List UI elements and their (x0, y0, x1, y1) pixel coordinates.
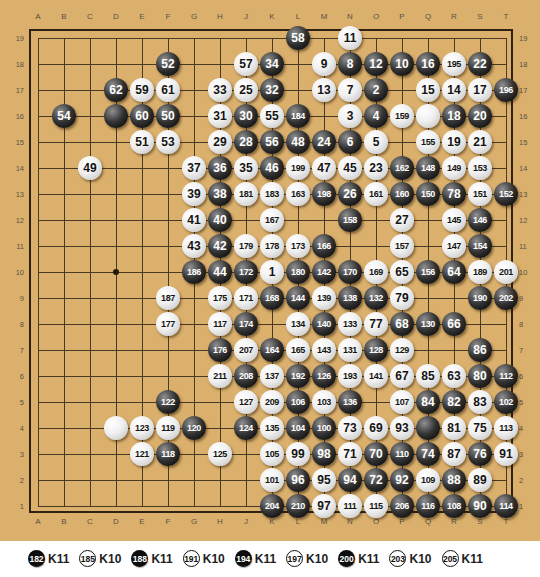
cell-J11[interactable]: 179 (233, 233, 259, 259)
cell-C7[interactable] (77, 337, 103, 363)
cell-G11[interactable]: 43 (181, 233, 207, 259)
cell-K12[interactable]: 167 (259, 207, 285, 233)
cell-O18[interactable]: 12 (363, 51, 389, 77)
cell-E12[interactable] (129, 207, 155, 233)
cell-A17[interactable] (25, 77, 51, 103)
cell-C16[interactable] (77, 103, 103, 129)
cell-P9[interactable]: 79 (389, 285, 415, 311)
cell-S17[interactable]: 17 (467, 77, 493, 103)
cell-H15[interactable]: 29 (207, 129, 233, 155)
cell-L6[interactable]: 192 (285, 363, 311, 389)
cell-C8[interactable] (77, 311, 103, 337)
cell-A15[interactable] (25, 129, 51, 155)
cell-L2[interactable]: 96 (285, 467, 311, 493)
cell-A19[interactable] (25, 25, 51, 51)
cell-L1[interactable]: 210 (285, 493, 311, 519)
cell-T8[interactable] (493, 311, 519, 337)
cell-R15[interactable]: 19 (441, 129, 467, 155)
cell-R8[interactable]: 66 (441, 311, 467, 337)
cell-M5[interactable]: 103 (311, 389, 337, 415)
cell-G15[interactable] (181, 129, 207, 155)
cell-J17[interactable]: 25 (233, 77, 259, 103)
cell-F1[interactable] (155, 493, 181, 519)
cell-A2[interactable] (25, 467, 51, 493)
cell-D9[interactable] (103, 285, 129, 311)
cell-K2[interactable]: 101 (259, 467, 285, 493)
cell-L5[interactable]: 106 (285, 389, 311, 415)
cell-J7[interactable]: 207 (233, 337, 259, 363)
cell-O16[interactable]: 4 (363, 103, 389, 129)
cell-M17[interactable]: 13 (311, 77, 337, 103)
cell-F2[interactable] (155, 467, 181, 493)
cell-Q19[interactable] (415, 25, 441, 51)
cell-N19[interactable]: 11 (337, 25, 363, 51)
cell-N3[interactable]: 71 (337, 441, 363, 467)
cell-F17[interactable]: 61 (155, 77, 181, 103)
cell-P8[interactable]: 68 (389, 311, 415, 337)
cell-G1[interactable] (181, 493, 207, 519)
cell-P5[interactable]: 107 (389, 389, 415, 415)
cell-K14[interactable]: 46 (259, 155, 285, 181)
cell-A11[interactable] (25, 233, 51, 259)
cell-J16[interactable]: 30 (233, 103, 259, 129)
cell-J9[interactable]: 171 (233, 285, 259, 311)
cell-N8[interactable]: 133 (337, 311, 363, 337)
cell-B11[interactable] (51, 233, 77, 259)
cell-M6[interactable]: 126 (311, 363, 337, 389)
cell-R2[interactable]: 88 (441, 467, 467, 493)
cell-B4[interactable] (51, 415, 77, 441)
cell-Q16[interactable] (415, 103, 441, 129)
cell-A9[interactable] (25, 285, 51, 311)
cell-T2[interactable] (493, 467, 519, 493)
cell-D12[interactable] (103, 207, 129, 233)
cell-Q17[interactable]: 15 (415, 77, 441, 103)
cell-E19[interactable] (129, 25, 155, 51)
cell-K19[interactable] (259, 25, 285, 51)
cell-C4[interactable] (77, 415, 103, 441)
cell-B17[interactable] (51, 77, 77, 103)
cell-P16[interactable]: 159 (389, 103, 415, 129)
cell-J15[interactable]: 28 (233, 129, 259, 155)
cell-G18[interactable] (181, 51, 207, 77)
cell-H11[interactable]: 42 (207, 233, 233, 259)
cell-L19[interactable]: 58 (285, 25, 311, 51)
cell-E11[interactable] (129, 233, 155, 259)
cell-R17[interactable]: 14 (441, 77, 467, 103)
cell-M4[interactable]: 100 (311, 415, 337, 441)
cell-N13[interactable]: 26 (337, 181, 363, 207)
cell-N9[interactable]: 138 (337, 285, 363, 311)
cell-K7[interactable]: 164 (259, 337, 285, 363)
cell-F12[interactable] (155, 207, 181, 233)
cell-P1[interactable]: 206 (389, 493, 415, 519)
cell-E9[interactable] (129, 285, 155, 311)
cell-M8[interactable]: 140 (311, 311, 337, 337)
cell-P4[interactable]: 93 (389, 415, 415, 441)
cell-B3[interactable] (51, 441, 77, 467)
cell-M12[interactable] (311, 207, 337, 233)
cell-A16[interactable] (25, 103, 51, 129)
cell-L11[interactable]: 173 (285, 233, 311, 259)
cell-F5[interactable]: 122 (155, 389, 181, 415)
cell-N7[interactable]: 131 (337, 337, 363, 363)
cell-K4[interactable]: 135 (259, 415, 285, 441)
cell-J4[interactable]: 124 (233, 415, 259, 441)
cell-M7[interactable]: 143 (311, 337, 337, 363)
cell-Q2[interactable]: 109 (415, 467, 441, 493)
cell-N12[interactable]: 158 (337, 207, 363, 233)
cell-T7[interactable] (493, 337, 519, 363)
cell-F6[interactable] (155, 363, 181, 389)
cell-B7[interactable] (51, 337, 77, 363)
cell-Q9[interactable] (415, 285, 441, 311)
cell-F10[interactable] (155, 259, 181, 285)
cell-M16[interactable] (311, 103, 337, 129)
cell-D16[interactable] (103, 103, 129, 129)
cell-B15[interactable] (51, 129, 77, 155)
cell-P7[interactable]: 129 (389, 337, 415, 363)
cell-G14[interactable]: 37 (181, 155, 207, 181)
cell-B16[interactable]: 54 (51, 103, 77, 129)
cell-P17[interactable] (389, 77, 415, 103)
cell-C3[interactable] (77, 441, 103, 467)
cell-H19[interactable] (207, 25, 233, 51)
cell-B18[interactable] (51, 51, 77, 77)
cell-G10[interactable]: 186 (181, 259, 207, 285)
cell-J2[interactable] (233, 467, 259, 493)
cell-T17[interactable]: 196 (493, 77, 519, 103)
cell-G17[interactable] (181, 77, 207, 103)
cell-E16[interactable]: 60 (129, 103, 155, 129)
cell-M15[interactable]: 24 (311, 129, 337, 155)
cell-C9[interactable] (77, 285, 103, 311)
cell-M9[interactable]: 139 (311, 285, 337, 311)
cell-K8[interactable] (259, 311, 285, 337)
cell-R9[interactable] (441, 285, 467, 311)
cell-A5[interactable] (25, 389, 51, 415)
cell-P12[interactable]: 27 (389, 207, 415, 233)
cell-E18[interactable] (129, 51, 155, 77)
cell-C6[interactable] (77, 363, 103, 389)
cell-R14[interactable]: 149 (441, 155, 467, 181)
cell-Q7[interactable] (415, 337, 441, 363)
cell-G3[interactable] (181, 441, 207, 467)
cell-O8[interactable]: 77 (363, 311, 389, 337)
cell-S19[interactable] (467, 25, 493, 51)
cell-K1[interactable]: 204 (259, 493, 285, 519)
cell-N4[interactable]: 73 (337, 415, 363, 441)
cell-P3[interactable]: 110 (389, 441, 415, 467)
cell-F18[interactable]: 52 (155, 51, 181, 77)
cell-F11[interactable] (155, 233, 181, 259)
cell-G19[interactable] (181, 25, 207, 51)
cell-Q14[interactable]: 148 (415, 155, 441, 181)
cell-H4[interactable] (207, 415, 233, 441)
cell-S6[interactable]: 80 (467, 363, 493, 389)
cell-G9[interactable] (181, 285, 207, 311)
cell-O4[interactable]: 69 (363, 415, 389, 441)
cell-O9[interactable]: 132 (363, 285, 389, 311)
cell-O15[interactable]: 5 (363, 129, 389, 155)
cell-P11[interactable]: 157 (389, 233, 415, 259)
cell-S16[interactable]: 20 (467, 103, 493, 129)
cell-F9[interactable]: 187 (155, 285, 181, 311)
cell-F15[interactable]: 53 (155, 129, 181, 155)
cell-Q12[interactable] (415, 207, 441, 233)
cell-A4[interactable] (25, 415, 51, 441)
cell-D17[interactable]: 62 (103, 77, 129, 103)
cell-T18[interactable] (493, 51, 519, 77)
cell-M13[interactable]: 198 (311, 181, 337, 207)
cell-N14[interactable]: 45 (337, 155, 363, 181)
cell-S5[interactable]: 83 (467, 389, 493, 415)
cell-L18[interactable] (285, 51, 311, 77)
cell-R1[interactable]: 108 (441, 493, 467, 519)
cell-O19[interactable] (363, 25, 389, 51)
cell-E15[interactable]: 51 (129, 129, 155, 155)
cell-H12[interactable]: 40 (207, 207, 233, 233)
cell-G2[interactable] (181, 467, 207, 493)
cell-S13[interactable]: 151 (467, 181, 493, 207)
cell-G7[interactable] (181, 337, 207, 363)
cell-H2[interactable] (207, 467, 233, 493)
cell-N5[interactable]: 136 (337, 389, 363, 415)
cell-N6[interactable]: 193 (337, 363, 363, 389)
cell-A14[interactable] (25, 155, 51, 181)
cell-E1[interactable] (129, 493, 155, 519)
cell-A13[interactable] (25, 181, 51, 207)
cell-K9[interactable]: 168 (259, 285, 285, 311)
cell-D5[interactable] (103, 389, 129, 415)
cell-O11[interactable] (363, 233, 389, 259)
cell-K6[interactable]: 137 (259, 363, 285, 389)
cell-H13[interactable]: 38 (207, 181, 233, 207)
cell-O6[interactable]: 141 (363, 363, 389, 389)
cell-Q5[interactable]: 84 (415, 389, 441, 415)
cell-D1[interactable] (103, 493, 129, 519)
cell-E14[interactable] (129, 155, 155, 181)
cell-R4[interactable]: 81 (441, 415, 467, 441)
cell-C17[interactable] (77, 77, 103, 103)
cell-P15[interactable] (389, 129, 415, 155)
cell-T10[interactable]: 201 (493, 259, 519, 285)
cell-D7[interactable] (103, 337, 129, 363)
cell-H3[interactable]: 125 (207, 441, 233, 467)
cell-L4[interactable]: 104 (285, 415, 311, 441)
cell-B13[interactable] (51, 181, 77, 207)
cell-F16[interactable]: 50 (155, 103, 181, 129)
cell-B2[interactable] (51, 467, 77, 493)
cell-C15[interactable] (77, 129, 103, 155)
cell-D19[interactable] (103, 25, 129, 51)
cell-M3[interactable]: 98 (311, 441, 337, 467)
cell-G12[interactable]: 41 (181, 207, 207, 233)
cell-B9[interactable] (51, 285, 77, 311)
cell-N15[interactable]: 6 (337, 129, 363, 155)
cell-B19[interactable] (51, 25, 77, 51)
cell-S14[interactable]: 153 (467, 155, 493, 181)
cell-P14[interactable]: 162 (389, 155, 415, 181)
cell-N10[interactable]: 170 (337, 259, 363, 285)
cell-T9[interactable]: 202 (493, 285, 519, 311)
cell-D10[interactable] (103, 259, 129, 285)
cell-R10[interactable]: 64 (441, 259, 467, 285)
cell-L17[interactable] (285, 77, 311, 103)
cell-L14[interactable]: 199 (285, 155, 311, 181)
cell-E5[interactable] (129, 389, 155, 415)
cell-H9[interactable]: 175 (207, 285, 233, 311)
cell-C1[interactable] (77, 493, 103, 519)
cell-Q8[interactable]: 130 (415, 311, 441, 337)
cell-J19[interactable] (233, 25, 259, 51)
cell-J8[interactable]: 174 (233, 311, 259, 337)
cell-A10[interactable] (25, 259, 51, 285)
cell-P18[interactable]: 10 (389, 51, 415, 77)
cell-H14[interactable]: 36 (207, 155, 233, 181)
cell-B1[interactable] (51, 493, 77, 519)
cell-L16[interactable]: 184 (285, 103, 311, 129)
cell-H1[interactable] (207, 493, 233, 519)
cell-H18[interactable] (207, 51, 233, 77)
cell-J18[interactable]: 57 (233, 51, 259, 77)
cell-T15[interactable] (493, 129, 519, 155)
cell-T12[interactable] (493, 207, 519, 233)
cell-G13[interactable]: 39 (181, 181, 207, 207)
cell-C14[interactable]: 49 (77, 155, 103, 181)
cell-S1[interactable]: 90 (467, 493, 493, 519)
cell-G4[interactable]: 120 (181, 415, 207, 441)
cell-S12[interactable]: 146 (467, 207, 493, 233)
cell-S4[interactable]: 75 (467, 415, 493, 441)
cell-C18[interactable] (77, 51, 103, 77)
cell-P6[interactable]: 67 (389, 363, 415, 389)
cell-F7[interactable] (155, 337, 181, 363)
cell-M11[interactable]: 166 (311, 233, 337, 259)
cell-S7[interactable]: 86 (467, 337, 493, 363)
cell-J12[interactable] (233, 207, 259, 233)
cell-S8[interactable] (467, 311, 493, 337)
cell-R16[interactable]: 18 (441, 103, 467, 129)
cell-C10[interactable] (77, 259, 103, 285)
cell-L7[interactable]: 165 (285, 337, 311, 363)
cell-D2[interactable] (103, 467, 129, 493)
cell-O3[interactable]: 70 (363, 441, 389, 467)
cell-N16[interactable]: 3 (337, 103, 363, 129)
cell-Q13[interactable]: 150 (415, 181, 441, 207)
cell-O5[interactable] (363, 389, 389, 415)
cell-T1[interactable]: 114 (493, 493, 519, 519)
cell-R18[interactable]: 195 (441, 51, 467, 77)
cell-O13[interactable]: 161 (363, 181, 389, 207)
cell-M18[interactable]: 9 (311, 51, 337, 77)
cell-Q1[interactable]: 116 (415, 493, 441, 519)
cell-R11[interactable]: 147 (441, 233, 467, 259)
cell-H5[interactable] (207, 389, 233, 415)
cell-O17[interactable]: 2 (363, 77, 389, 103)
cell-S10[interactable]: 189 (467, 259, 493, 285)
cell-L8[interactable]: 134 (285, 311, 311, 337)
cell-D18[interactable] (103, 51, 129, 77)
cell-N11[interactable] (337, 233, 363, 259)
cell-L9[interactable]: 144 (285, 285, 311, 311)
cell-H8[interactable]: 117 (207, 311, 233, 337)
cell-K15[interactable]: 56 (259, 129, 285, 155)
cell-E17[interactable]: 59 (129, 77, 155, 103)
cell-A18[interactable] (25, 51, 51, 77)
cell-P10[interactable]: 65 (389, 259, 415, 285)
cell-G6[interactable] (181, 363, 207, 389)
cell-S9[interactable]: 190 (467, 285, 493, 311)
cell-A7[interactable] (25, 337, 51, 363)
cell-D4[interactable] (103, 415, 129, 441)
cell-L10[interactable]: 180 (285, 259, 311, 285)
cell-E10[interactable] (129, 259, 155, 285)
cell-M14[interactable]: 47 (311, 155, 337, 181)
cell-R12[interactable]: 145 (441, 207, 467, 233)
cell-E2[interactable] (129, 467, 155, 493)
cell-R13[interactable]: 78 (441, 181, 467, 207)
cell-Q4[interactable] (415, 415, 441, 441)
cell-B12[interactable] (51, 207, 77, 233)
cell-Q10[interactable]: 156 (415, 259, 441, 285)
cell-C13[interactable] (77, 181, 103, 207)
cell-K10[interactable]: 1 (259, 259, 285, 285)
cell-T6[interactable]: 112 (493, 363, 519, 389)
cell-L15[interactable]: 48 (285, 129, 311, 155)
cell-M10[interactable]: 142 (311, 259, 337, 285)
cell-H17[interactable]: 33 (207, 77, 233, 103)
cell-C2[interactable] (77, 467, 103, 493)
cell-J6[interactable]: 208 (233, 363, 259, 389)
cell-Q11[interactable] (415, 233, 441, 259)
cell-F19[interactable] (155, 25, 181, 51)
cell-O12[interactable] (363, 207, 389, 233)
cell-H6[interactable]: 211 (207, 363, 233, 389)
cell-L3[interactable]: 99 (285, 441, 311, 467)
cell-F3[interactable]: 118 (155, 441, 181, 467)
cell-J14[interactable]: 35 (233, 155, 259, 181)
cell-D15[interactable] (103, 129, 129, 155)
cell-P13[interactable]: 160 (389, 181, 415, 207)
cell-O2[interactable]: 72 (363, 467, 389, 493)
cell-F13[interactable] (155, 181, 181, 207)
cell-H16[interactable]: 31 (207, 103, 233, 129)
cell-E6[interactable] (129, 363, 155, 389)
cell-T4[interactable]: 113 (493, 415, 519, 441)
cell-E13[interactable] (129, 181, 155, 207)
cell-A1[interactable] (25, 493, 51, 519)
cell-B14[interactable] (51, 155, 77, 181)
cell-A6[interactable] (25, 363, 51, 389)
cell-J10[interactable]: 172 (233, 259, 259, 285)
cell-F4[interactable]: 119 (155, 415, 181, 441)
cell-S15[interactable]: 21 (467, 129, 493, 155)
cell-S11[interactable]: 154 (467, 233, 493, 259)
cell-E3[interactable]: 121 (129, 441, 155, 467)
cell-O10[interactable]: 169 (363, 259, 389, 285)
cell-B5[interactable] (51, 389, 77, 415)
cell-D13[interactable] (103, 181, 129, 207)
cell-T16[interactable] (493, 103, 519, 129)
cell-S2[interactable]: 89 (467, 467, 493, 493)
cell-G16[interactable] (181, 103, 207, 129)
cell-R19[interactable] (441, 25, 467, 51)
cell-K16[interactable]: 55 (259, 103, 285, 129)
cell-R5[interactable]: 82 (441, 389, 467, 415)
cell-Q15[interactable]: 155 (415, 129, 441, 155)
cell-S3[interactable]: 76 (467, 441, 493, 467)
